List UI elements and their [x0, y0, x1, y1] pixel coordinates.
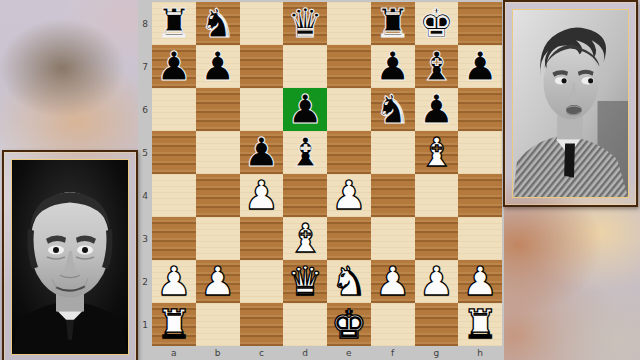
rank-label-2: 2: [138, 260, 152, 303]
piece-white-bishop: ♝: [287, 218, 323, 258]
file-label-d: d: [283, 346, 327, 360]
square-b4[interactable]: [196, 174, 240, 217]
square-c4[interactable]: ♟: [240, 174, 284, 217]
piece-white-pawn: ♟: [462, 261, 498, 301]
rank-labels: 87654321: [138, 2, 152, 346]
square-h4[interactable]: [458, 174, 502, 217]
square-h6[interactable]: [458, 88, 502, 131]
square-g4[interactable]: [415, 174, 459, 217]
square-c5[interactable]: ♟: [240, 131, 284, 174]
rank-label-5: 5: [138, 131, 152, 174]
rank-label-8: 8: [138, 2, 152, 45]
square-f8[interactable]: ♜: [371, 2, 415, 45]
right-portrait-photo: [512, 9, 629, 198]
piece-black-king: ♚: [418, 3, 454, 43]
piece-white-queen: ♛: [287, 261, 323, 301]
square-c7[interactable]: [240, 45, 284, 88]
square-f4[interactable]: [371, 174, 415, 217]
left-player-portrait: [2, 150, 138, 360]
square-g7[interactable]: ♝: [415, 45, 459, 88]
right-portrait-art: [513, 10, 628, 197]
file-label-e: e: [327, 346, 371, 360]
piece-black-knight: ♞: [200, 3, 236, 43]
square-h5[interactable]: [458, 131, 502, 174]
piece-white-rook: ♜: [156, 304, 192, 344]
piece-black-pawn: ♟: [375, 46, 411, 86]
square-a8[interactable]: ♜: [152, 2, 196, 45]
square-f3[interactable]: [371, 217, 415, 260]
square-c6[interactable]: [240, 88, 284, 131]
square-b6[interactable]: [196, 88, 240, 131]
square-f5[interactable]: [371, 131, 415, 174]
piece-white-pawn: ♟: [200, 261, 236, 301]
file-label-f: f: [371, 346, 415, 360]
square-d2[interactable]: ♛: [283, 260, 327, 303]
square-e6[interactable]: [327, 88, 371, 131]
piece-black-pawn: ♟: [462, 46, 498, 86]
square-d4[interactable]: [283, 174, 327, 217]
right-player-portrait: [503, 0, 638, 207]
tie: [564, 143, 575, 177]
square-h1[interactable]: ♜: [458, 303, 502, 346]
chess-board: 87654321 abcdefgh ♜♞♛♜♚♟♟♟♝♟♟♞♟♟♝♝♟♟♝♟♟♛…: [138, 0, 504, 360]
square-f1[interactable]: [371, 303, 415, 346]
square-f2[interactable]: ♟: [371, 260, 415, 303]
piece-white-pawn: ♟: [243, 175, 279, 215]
rank-label-4: 4: [138, 174, 152, 217]
square-e1[interactable]: ♚: [327, 303, 371, 346]
square-g5[interactable]: ♝: [415, 131, 459, 174]
rank-label-7: 7: [138, 45, 152, 88]
piece-black-pawn: ♟: [200, 46, 236, 86]
rank-label-6: 6: [138, 88, 152, 131]
piece-black-bishop: ♝: [287, 132, 323, 172]
piece-white-knight: ♞: [331, 261, 367, 301]
square-e5[interactable]: [327, 131, 371, 174]
square-h7[interactable]: ♟: [458, 45, 502, 88]
square-d5[interactable]: ♝: [283, 131, 327, 174]
piece-black-pawn: ♟: [156, 46, 192, 86]
file-label-b: b: [196, 346, 240, 360]
square-b5[interactable]: [196, 131, 240, 174]
square-a1[interactable]: ♜: [152, 303, 196, 346]
piece-white-pawn: ♟: [156, 261, 192, 301]
square-d1[interactable]: [283, 303, 327, 346]
rank-label-1: 1: [138, 303, 152, 346]
file-label-c: c: [240, 346, 284, 360]
square-e2[interactable]: ♞: [327, 260, 371, 303]
square-a4[interactable]: [152, 174, 196, 217]
piece-black-rook: ♜: [375, 3, 411, 43]
square-a5[interactable]: [152, 131, 196, 174]
piece-white-pawn: ♟: [331, 175, 367, 215]
square-a6[interactable]: [152, 88, 196, 131]
piece-white-king: ♚: [331, 304, 367, 344]
file-label-g: g: [415, 346, 459, 360]
square-h8[interactable]: [458, 2, 502, 45]
rank-label-3: 3: [138, 217, 152, 260]
square-c2[interactable]: [240, 260, 284, 303]
square-b2[interactable]: ♟: [196, 260, 240, 303]
square-b7[interactable]: ♟: [196, 45, 240, 88]
square-d8[interactable]: ♛: [283, 2, 327, 45]
square-d7[interactable]: [283, 45, 327, 88]
square-g1[interactable]: [415, 303, 459, 346]
square-f7[interactable]: ♟: [371, 45, 415, 88]
file-label-a: a: [152, 346, 196, 360]
video-frame: 87654321 abcdefgh ♜♞♛♜♚♟♟♟♝♟♟♞♟♟♝♝♟♟♝♟♟♛…: [0, 0, 640, 360]
file-label-h: h: [458, 346, 502, 360]
square-g8[interactable]: ♚: [415, 2, 459, 45]
square-c8[interactable]: [240, 2, 284, 45]
square-b3[interactable]: [196, 217, 240, 260]
square-e7[interactable]: [327, 45, 371, 88]
square-d6[interactable]: ♟: [283, 88, 327, 131]
square-e4[interactable]: ♟: [327, 174, 371, 217]
board-squares: ♜♞♛♜♚♟♟♟♝♟♟♞♟♟♝♝♟♟♝♟♟♛♞♟♟♟♜♚♜: [152, 2, 502, 346]
piece-white-rook: ♜: [462, 304, 498, 344]
square-g2[interactable]: ♟: [415, 260, 459, 303]
square-g3[interactable]: [415, 217, 459, 260]
piece-black-pawn: ♟: [243, 132, 279, 172]
square-a3[interactable]: [152, 217, 196, 260]
square-f6[interactable]: ♞: [371, 88, 415, 131]
square-a2[interactable]: ♟: [152, 260, 196, 303]
square-d3[interactable]: ♝: [283, 217, 327, 260]
square-h2[interactable]: ♟: [458, 260, 502, 303]
square-c1[interactable]: [240, 303, 284, 346]
left-portrait-photo: [11, 159, 129, 355]
file-labels: abcdefgh: [152, 346, 502, 360]
square-h3[interactable]: [458, 217, 502, 260]
left-portrait-art: [12, 160, 128, 354]
square-c3[interactable]: [240, 217, 284, 260]
square-g6[interactable]: ♟: [415, 88, 459, 131]
piece-white-bishop: ♝: [418, 132, 454, 172]
piece-black-rook: ♜: [156, 3, 192, 43]
piece-white-pawn: ♟: [375, 261, 411, 301]
piece-black-pawn: ♟: [287, 89, 323, 129]
piece-black-knight: ♞: [375, 89, 411, 129]
square-b8[interactable]: ♞: [196, 2, 240, 45]
piece-black-queen: ♛: [287, 3, 323, 43]
piece-white-pawn: ♟: [418, 261, 454, 301]
piece-black-pawn: ♟: [418, 89, 454, 129]
square-e3[interactable]: [327, 217, 371, 260]
square-b1[interactable]: [196, 303, 240, 346]
square-e8[interactable]: [327, 2, 371, 45]
square-a7[interactable]: ♟: [152, 45, 196, 88]
piece-black-bishop: ♝: [418, 46, 454, 86]
